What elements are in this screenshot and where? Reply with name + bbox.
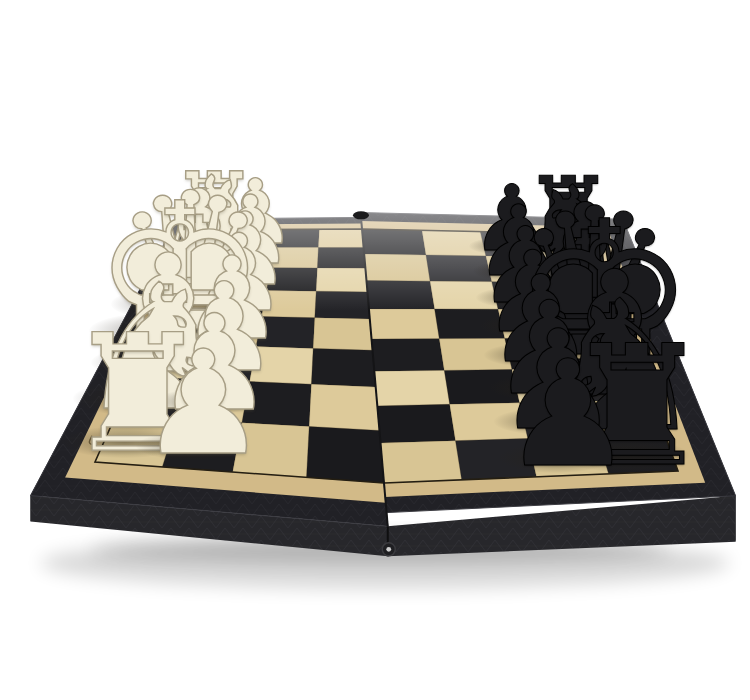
square-e4[interactable] [313,318,372,351]
square-g5[interactable] [377,404,455,443]
square-h5[interactable] [381,441,462,483]
square-g4[interactable] [309,384,379,430]
square-d5[interactable] [369,309,439,339]
black-pawn-h7[interactable]: ♟ [494,341,641,488]
square-e5[interactable] [372,339,445,372]
hinge-pin-center [386,547,391,552]
white-pawn-h2[interactable]: ♟ [132,332,276,476]
square-f5[interactable] [374,370,449,406]
square-h4[interactable] [307,427,385,484]
hinge-knuckle [353,211,369,219]
chess-set-photo: abcdefgh ♟♜♟♜♞♟♟♞♝♟♟♝♛♟♛♟♚♟♚♟♝♟♝♟♞♟♞♟♜♟♜… [0,0,750,700]
square-f4[interactable] [311,348,375,387]
